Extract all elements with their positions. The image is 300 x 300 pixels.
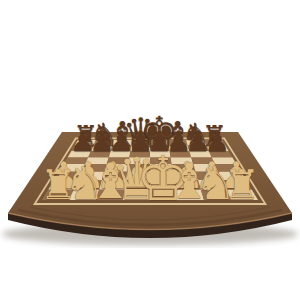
white-pawn-g2: ♟ — [195, 158, 228, 195]
black-pawn-g7: ♟ — [185, 128, 210, 156]
pieces-layer: ♜♞♝♛♚♝♞♜♟♟♟♟♟♟♟♟♟♟♟♟♟♟♟♟♜♞♝♛♚♝♞♜ — [0, 0, 300, 300]
white-pawn-a2: ♟ — [47, 158, 80, 195]
black-queen-d8: ♛ — [123, 113, 159, 154]
black-pawn-e7: ♟ — [147, 128, 172, 156]
white-pawn-h2: ♟ — [220, 158, 253, 195]
black-knight-b8: ♞ — [90, 119, 119, 151]
black-pawn-b7: ♟ — [89, 128, 114, 156]
black-king-e8: ♚ — [140, 111, 178, 154]
black-bishop-f8: ♝ — [162, 117, 193, 151]
black-bishop-c8: ♝ — [107, 117, 138, 151]
black-rook-a8: ♜ — [73, 122, 99, 151]
white-pawn-c2: ♟ — [97, 158, 130, 195]
black-rook-h8: ♜ — [202, 122, 228, 151]
white-pawn-f2: ♟ — [171, 158, 204, 195]
white-pawn-d2: ♟ — [121, 158, 154, 195]
white-knight-b1: ♞ — [64, 161, 105, 207]
white-bishop-c1: ♝ — [89, 158, 133, 207]
white-rook-h1: ♜ — [223, 165, 260, 206]
black-pawn-c7: ♟ — [108, 128, 133, 156]
chess-set-photo: ♜♞♝♛♚♝♞♜♟♟♟♟♟♟♟♟♟♟♟♟♟♟♟♟♜♞♝♛♚♝♞♜ — [0, 0, 300, 300]
white-bishop-f1: ♝ — [167, 158, 211, 207]
white-king-e1: ♚ — [136, 148, 191, 209]
white-pawn-e2: ♟ — [146, 158, 179, 195]
black-pawn-a7: ♟ — [70, 128, 95, 156]
white-queen-d1: ♛ — [111, 151, 163, 209]
white-rook-a1: ♜ — [40, 165, 77, 206]
black-pawn-h7: ♟ — [204, 128, 229, 156]
white-pawn-b2: ♟ — [72, 158, 105, 195]
black-pawn-f7: ♟ — [166, 128, 191, 156]
black-pawn-d7: ♟ — [128, 128, 153, 156]
white-knight-g1: ♞ — [195, 161, 236, 207]
black-knight-g8: ♞ — [182, 119, 211, 151]
